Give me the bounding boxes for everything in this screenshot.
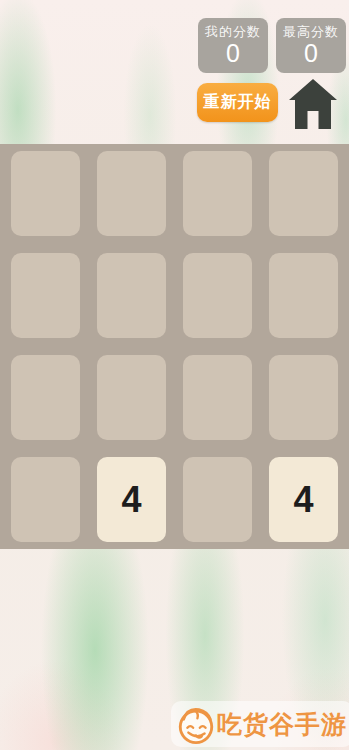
best-score-value: 0: [304, 40, 318, 68]
empty-cell: [11, 355, 80, 440]
watermark: 吃货谷手游: [171, 701, 349, 747]
watermark-text: 吃货谷手游: [217, 708, 347, 741]
my-score-label: 我的分数: [205, 24, 261, 40]
best-score-label: 最高分数: [283, 24, 339, 40]
home-icon: [288, 78, 338, 130]
my-score-value: 0: [226, 40, 240, 68]
empty-cell: [97, 355, 166, 440]
restart-button[interactable]: 重新开始: [197, 83, 278, 122]
watermark-face-icon: [175, 703, 217, 745]
empty-cell: [183, 151, 252, 236]
empty-cell: [269, 151, 338, 236]
empty-cell: [11, 151, 80, 236]
empty-cell: [11, 253, 80, 338]
empty-cell: [97, 151, 166, 236]
empty-cell: [269, 355, 338, 440]
empty-cell: [183, 457, 252, 542]
tile-4: 4: [97, 457, 166, 542]
empty-cell: [97, 253, 166, 338]
empty-cell: [269, 253, 338, 338]
game-board[interactable]: 44: [0, 144, 349, 549]
empty-cell: [11, 457, 80, 542]
best-score-box: 最高分数 0: [276, 18, 346, 73]
my-score-box: 我的分数 0: [198, 18, 268, 73]
game-screen: 我的分数 0 最高分数 0 重新开始 44 吃货谷手游: [0, 0, 349, 750]
tile-4: 4: [269, 457, 338, 542]
empty-cell: [183, 355, 252, 440]
empty-cell: [183, 253, 252, 338]
home-button[interactable]: [288, 78, 338, 130]
